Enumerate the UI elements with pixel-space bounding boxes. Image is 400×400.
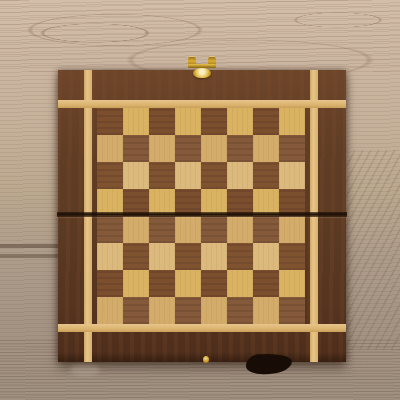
square-f6	[227, 162, 253, 189]
clasp-knob	[193, 68, 211, 78]
square-c6	[149, 162, 175, 189]
clasp-ear-right	[208, 56, 216, 65]
square-e8	[201, 108, 227, 135]
square-b4	[123, 216, 149, 243]
square-d1	[175, 297, 201, 324]
square-c7	[149, 135, 175, 162]
square-b8	[123, 108, 149, 135]
clasp-ears	[188, 56, 216, 65]
square-f2	[227, 270, 253, 297]
square-h2	[279, 270, 305, 297]
brass-pin	[203, 356, 209, 363]
square-f1	[227, 297, 253, 324]
square-b2	[123, 270, 149, 297]
square-a2	[97, 270, 123, 297]
square-b3	[123, 243, 149, 270]
square-c2	[149, 270, 175, 297]
square-a1	[97, 297, 123, 324]
square-g7	[253, 135, 279, 162]
square-a6	[97, 162, 123, 189]
square-c1	[149, 297, 175, 324]
square-f4	[227, 216, 253, 243]
square-e3	[201, 243, 227, 270]
square-a4	[97, 216, 123, 243]
square-d7	[175, 135, 201, 162]
square-d8	[175, 108, 201, 135]
inlay-strip-top	[58, 100, 346, 108]
square-h1	[279, 297, 305, 324]
square-g6	[253, 162, 279, 189]
square-b6	[123, 162, 149, 189]
square-d2	[175, 270, 201, 297]
square-g8	[253, 108, 279, 135]
chess-box	[58, 70, 346, 362]
square-e1	[201, 297, 227, 324]
square-f3	[227, 243, 253, 270]
square-a7	[97, 135, 123, 162]
square-d6	[175, 162, 201, 189]
table-grain-streaks-left	[0, 240, 58, 266]
clasp-ear-left	[188, 56, 196, 65]
square-f8	[227, 108, 253, 135]
latch-hole-shadow	[246, 353, 293, 375]
square-g1	[253, 297, 279, 324]
square-e6	[201, 162, 227, 189]
square-d3	[175, 243, 201, 270]
square-e7	[201, 135, 227, 162]
square-h8	[279, 108, 305, 135]
square-g4	[253, 216, 279, 243]
square-c8	[149, 108, 175, 135]
square-b7	[123, 135, 149, 162]
hinge-seam	[57, 212, 347, 217]
table-reflection	[70, 364, 100, 376]
inlay-strip-bottom	[58, 324, 346, 332]
brass-clasp-icon	[187, 56, 217, 78]
square-h7	[279, 135, 305, 162]
square-h6	[279, 162, 305, 189]
square-g3	[253, 243, 279, 270]
square-e2	[201, 270, 227, 297]
square-f7	[227, 135, 253, 162]
square-e4	[201, 216, 227, 243]
square-h4	[279, 216, 305, 243]
square-g2	[253, 270, 279, 297]
square-c3	[149, 243, 175, 270]
square-d4	[175, 216, 201, 243]
square-a3	[97, 243, 123, 270]
table-grain-streaks-right	[346, 150, 400, 350]
table-surface	[0, 0, 400, 400]
square-h3	[279, 243, 305, 270]
square-a8	[97, 108, 123, 135]
square-c4	[149, 216, 175, 243]
square-b1	[123, 297, 149, 324]
